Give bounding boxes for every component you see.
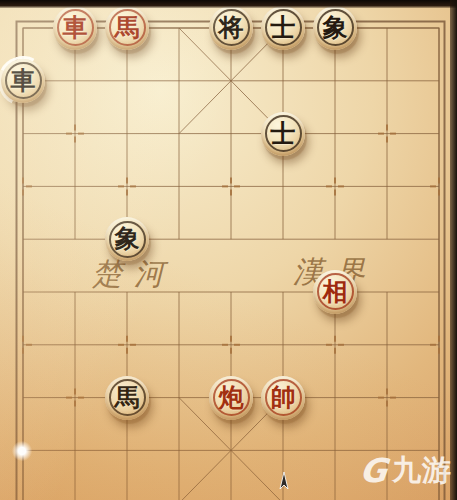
piece-glyph: 車 bbox=[63, 15, 88, 40]
xiangqi-app-screen: 楚河 漢界 車馬将士象車士象相馬炮帥 G 九游 bbox=[0, 0, 457, 500]
piece-glyph: 士 bbox=[271, 15, 296, 40]
piece-black-象[interactable]: 象 bbox=[313, 6, 357, 50]
piece-red-馬[interactable]: 馬 bbox=[105, 6, 149, 50]
piece-black-象[interactable]: 象 bbox=[105, 217, 149, 261]
piece-black-馬[interactable]: 馬 bbox=[105, 376, 149, 420]
piece-red-帥[interactable]: 帥 bbox=[261, 376, 305, 420]
piece-black-士[interactable]: 士 bbox=[261, 6, 305, 50]
piece-black-士[interactable]: 士 bbox=[261, 112, 305, 156]
piece-red-炮[interactable]: 炮 bbox=[209, 376, 253, 420]
piece-glyph: 帥 bbox=[271, 385, 296, 410]
piece-red-車[interactable]: 車 bbox=[53, 6, 97, 50]
board-intersections[interactable]: 車馬将士象車士象相馬炮帥 bbox=[0, 2, 457, 500]
right-letterbox bbox=[450, 0, 457, 500]
piece-glyph: 士 bbox=[271, 121, 296, 146]
piece-glyph: 象 bbox=[323, 15, 348, 40]
piece-glyph: 相 bbox=[323, 279, 348, 304]
piece-black-将[interactable]: 将 bbox=[209, 6, 253, 50]
piece-glyph: 車 bbox=[11, 68, 36, 93]
piece-glyph: 将 bbox=[219, 15, 244, 40]
piece-glyph: 炮 bbox=[219, 385, 244, 410]
piece-glyph: 象 bbox=[115, 226, 140, 251]
top-letterbox bbox=[0, 0, 457, 8]
piece-black-車[interactable]: 車 bbox=[1, 59, 45, 103]
piece-glyph: 馬 bbox=[115, 385, 140, 410]
piece-glyph: 馬 bbox=[115, 15, 140, 40]
piece-red-相[interactable]: 相 bbox=[313, 270, 357, 314]
